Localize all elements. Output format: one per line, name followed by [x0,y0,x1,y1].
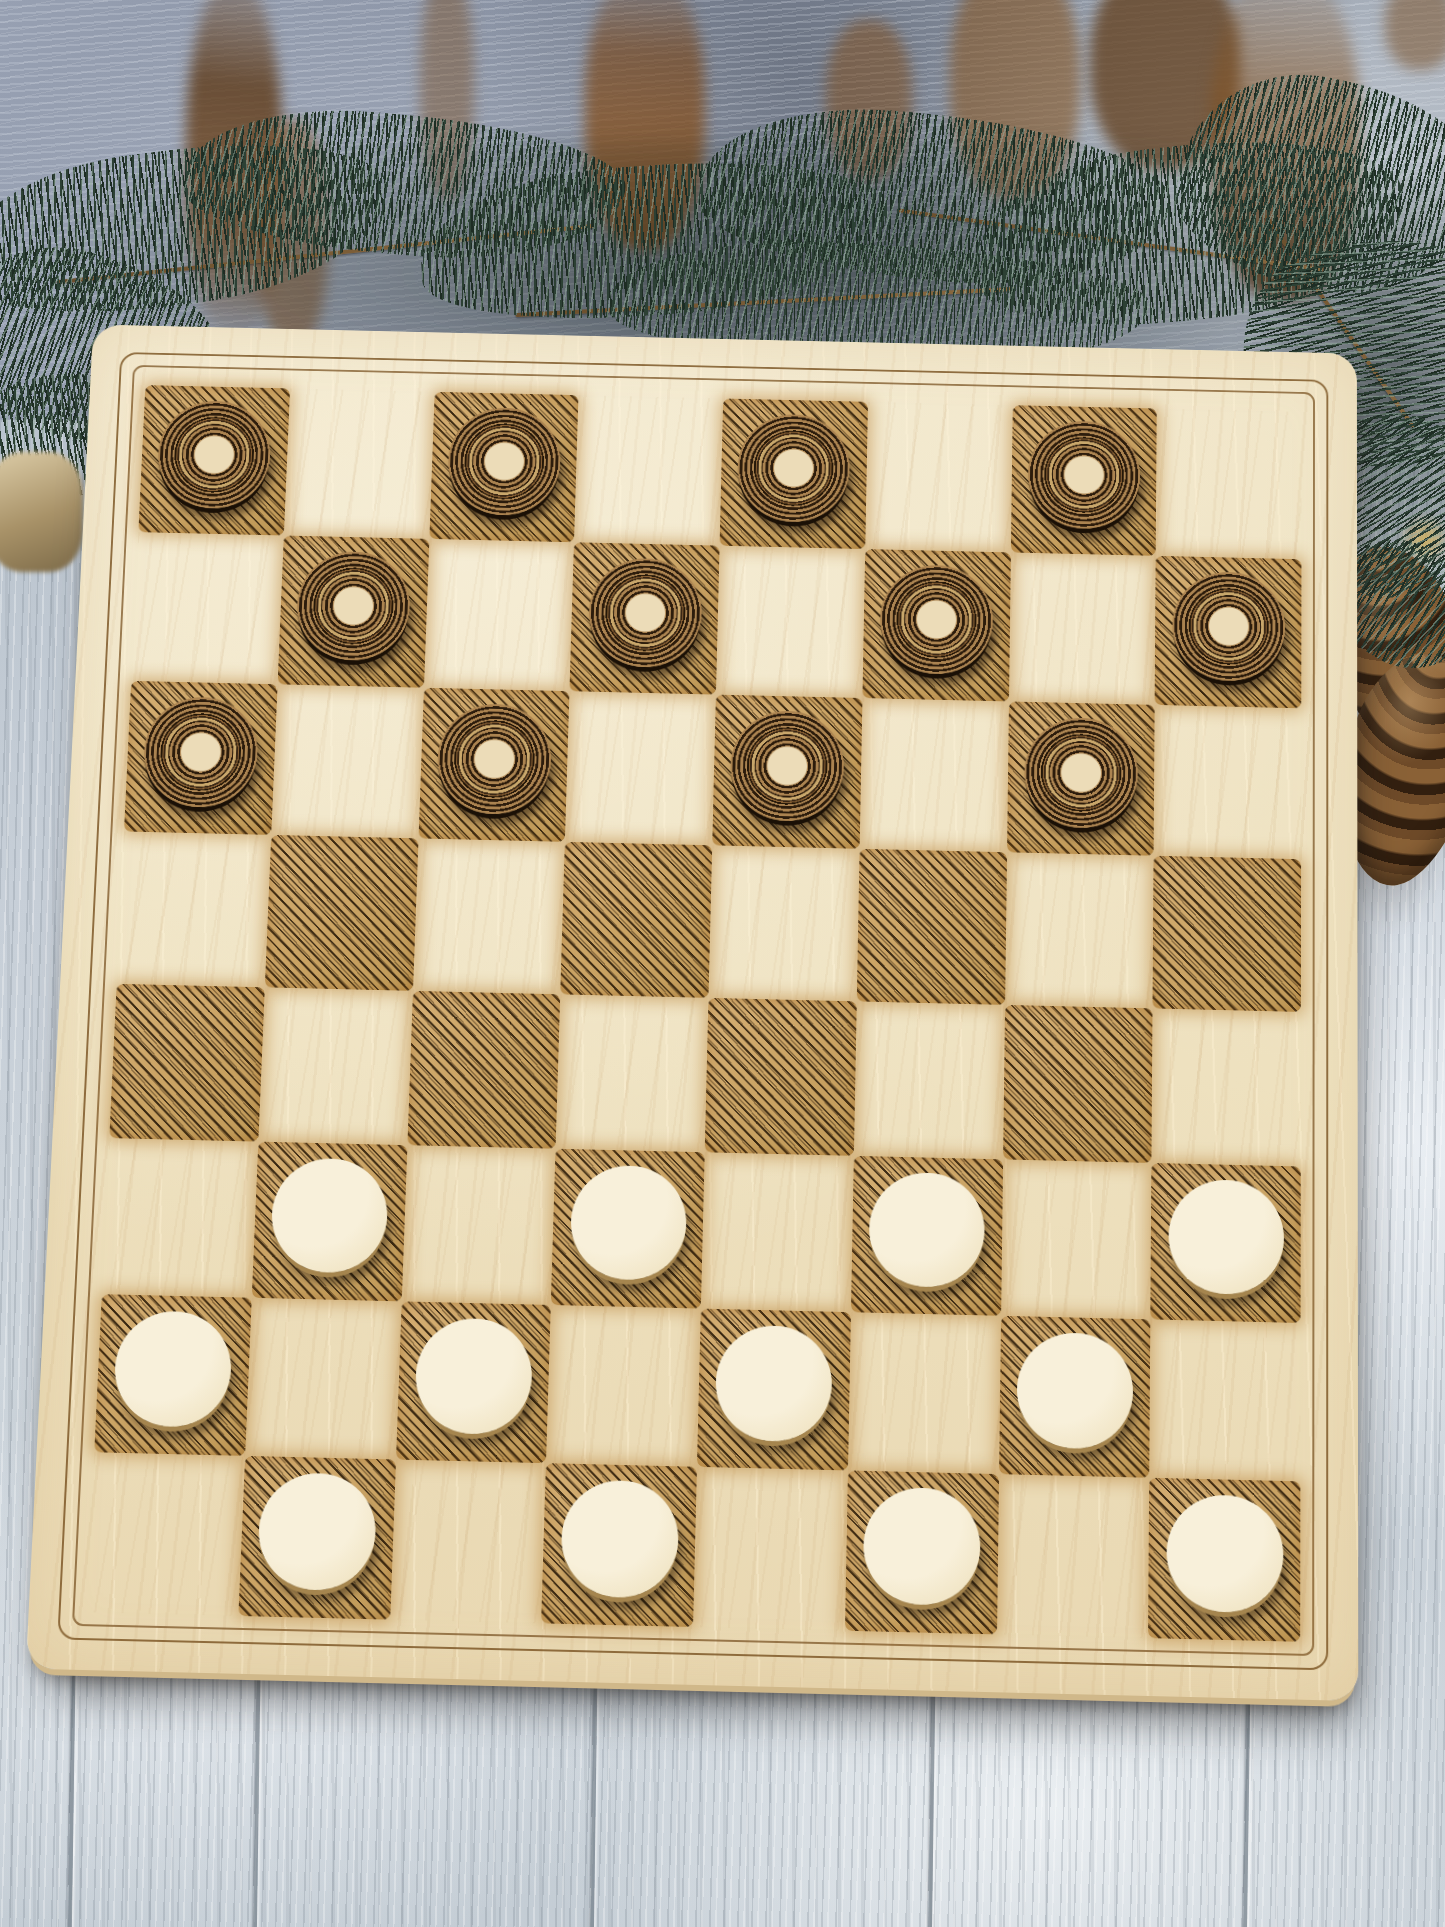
square-r5c8[interactable] [1152,1008,1301,1166]
square-r7c3[interactable]: ⛀ [396,1301,552,1463]
square-r2c6[interactable]: ⛂ [862,549,1010,701]
square-r5c3[interactable] [407,991,561,1149]
square-r7c4[interactable] [546,1305,701,1467]
square-r6c3[interactable] [401,1145,556,1305]
light-piece[interactable]: ⛀ [414,1318,533,1436]
square-r3c3[interactable]: ⛂ [418,688,570,842]
square-r2c4[interactable]: ⛂ [570,542,720,694]
dark-piece[interactable]: ⛂ [142,696,260,809]
scene: ⛂⛂⛂⛂⛂⛂⛂⛂⛂⛂⛂⛂⛀⛀⛀⛀⛀⛀⛀⛀⛀⛀⛀⛀ [0,0,1445,1927]
dark-piece[interactable]: ⛂ [1027,420,1140,530]
square-r3c1[interactable]: ⛂ [124,681,277,835]
square-r3c6[interactable] [859,698,1008,852]
square-r8c8[interactable]: ⛀ [1148,1478,1300,1642]
dark-piece[interactable]: ⛂ [295,551,411,662]
dark-piece[interactable]: ⛂ [156,400,272,510]
square-r7c8[interactable] [1149,1319,1300,1481]
square-r4c8[interactable] [1153,856,1301,1012]
light-piece[interactable]: ⛀ [1166,1494,1283,1614]
light-piece[interactable]: ⛀ [868,1172,985,1289]
square-r3c8[interactable] [1154,705,1301,859]
square-r5c5[interactable] [705,998,857,1156]
square-r5c1[interactable] [109,984,264,1142]
dark-piece[interactable]: ⛂ [1024,717,1138,830]
square-r8c3[interactable] [390,1460,547,1624]
dark-piece[interactable]: ⛂ [737,414,851,524]
square-r8c5[interactable] [693,1467,848,1631]
light-piece[interactable]: ⛀ [560,1479,680,1599]
square-r2c3[interactable] [423,539,574,691]
light-piece[interactable]: ⛀ [1016,1332,1133,1450]
square-r5c4[interactable] [556,994,709,1152]
square-r4c1[interactable] [117,831,271,987]
checkers-board: ⛂⛂⛂⛂⛂⛂⛂⛂⛂⛂⛂⛂⛀⛀⛀⛀⛀⛀⛀⛀⛀⛀⛀⛀ [26,324,1359,1701]
square-r7c5[interactable]: ⛀ [697,1309,851,1471]
square-r7c7[interactable]: ⛀ [999,1316,1151,1478]
square-r5c7[interactable] [1003,1005,1153,1163]
square-r4c2[interactable] [265,835,418,991]
square-r1c7[interactable]: ⛂ [1010,405,1157,556]
square-r1c5[interactable]: ⛂ [720,398,868,549]
light-piece[interactable]: ⛀ [270,1158,389,1275]
square-r7c1[interactable]: ⛀ [94,1294,251,1456]
square-r2c5[interactable] [716,546,865,698]
square-r1c6[interactable] [865,402,1012,553]
light-piece[interactable]: ⛀ [257,1472,378,1592]
light-piece[interactable]: ⛀ [863,1487,981,1607]
square-r1c3[interactable]: ⛂ [429,392,579,542]
square-r6c1[interactable] [102,1138,258,1298]
square-r8c4[interactable]: ⛀ [541,1463,697,1627]
square-r6c7[interactable] [1001,1159,1152,1319]
light-piece[interactable]: ⛀ [1168,1179,1284,1296]
square-r1c2[interactable] [284,388,435,538]
light-piece[interactable]: ⛀ [715,1325,833,1443]
square-r7c2[interactable] [245,1298,401,1460]
square-r8c1[interactable] [87,1452,245,1616]
square-r2c7[interactable] [1009,552,1156,704]
square-r3c5[interactable]: ⛂ [712,695,862,849]
square-r1c1[interactable]: ⛂ [138,385,289,535]
square-r4c3[interactable] [413,838,566,994]
square-r3c7[interactable]: ⛂ [1007,701,1155,855]
playfield: ⛂⛂⛂⛂⛂⛂⛂⛂⛂⛂⛂⛂⛀⛀⛀⛀⛀⛀⛀⛀⛀⛀⛀⛀ [87,385,1302,1642]
square-r3c4[interactable] [565,691,716,845]
square-r8c2[interactable]: ⛀ [238,1456,395,1620]
square-r6c5[interactable] [701,1152,854,1312]
square-r6c4[interactable]: ⛀ [551,1149,705,1309]
square-r6c2[interactable]: ⛀ [252,1142,407,1302]
light-piece[interactable]: ⛀ [569,1165,687,1282]
square-r2c2[interactable]: ⛂ [277,535,429,687]
square-r6c8[interactable]: ⛀ [1151,1163,1301,1323]
square-r4c6[interactable] [857,849,1007,1005]
square-r8c7[interactable] [997,1474,1150,1638]
dark-piece[interactable]: ⛂ [879,564,993,675]
square-r3c2[interactable] [271,684,423,838]
square-r7c6[interactable] [848,1312,1001,1474]
dark-piece[interactable]: ⛂ [587,557,702,668]
dark-piece[interactable]: ⛂ [730,710,845,823]
square-r4c4[interactable] [560,842,712,998]
light-piece[interactable]: ⛀ [113,1310,234,1428]
square-r4c7[interactable] [1005,852,1154,1008]
square-r1c8[interactable] [1156,409,1302,560]
dark-piece[interactable]: ⛂ [436,703,553,816]
square-r8c6[interactable]: ⛀ [845,1470,999,1634]
square-r2c1[interactable] [131,532,283,684]
dark-piece[interactable]: ⛂ [446,407,561,517]
basket-edge [0,452,83,572]
square-r6c6[interactable]: ⛀ [851,1156,1003,1316]
square-r5c6[interactable] [854,1001,1005,1159]
dark-piece[interactable]: ⛂ [1172,571,1285,682]
square-r4c5[interactable] [708,845,859,1001]
square-r5c2[interactable] [258,987,412,1145]
square-r1c4[interactable] [574,395,723,546]
square-r2c8[interactable]: ⛂ [1155,556,1302,708]
